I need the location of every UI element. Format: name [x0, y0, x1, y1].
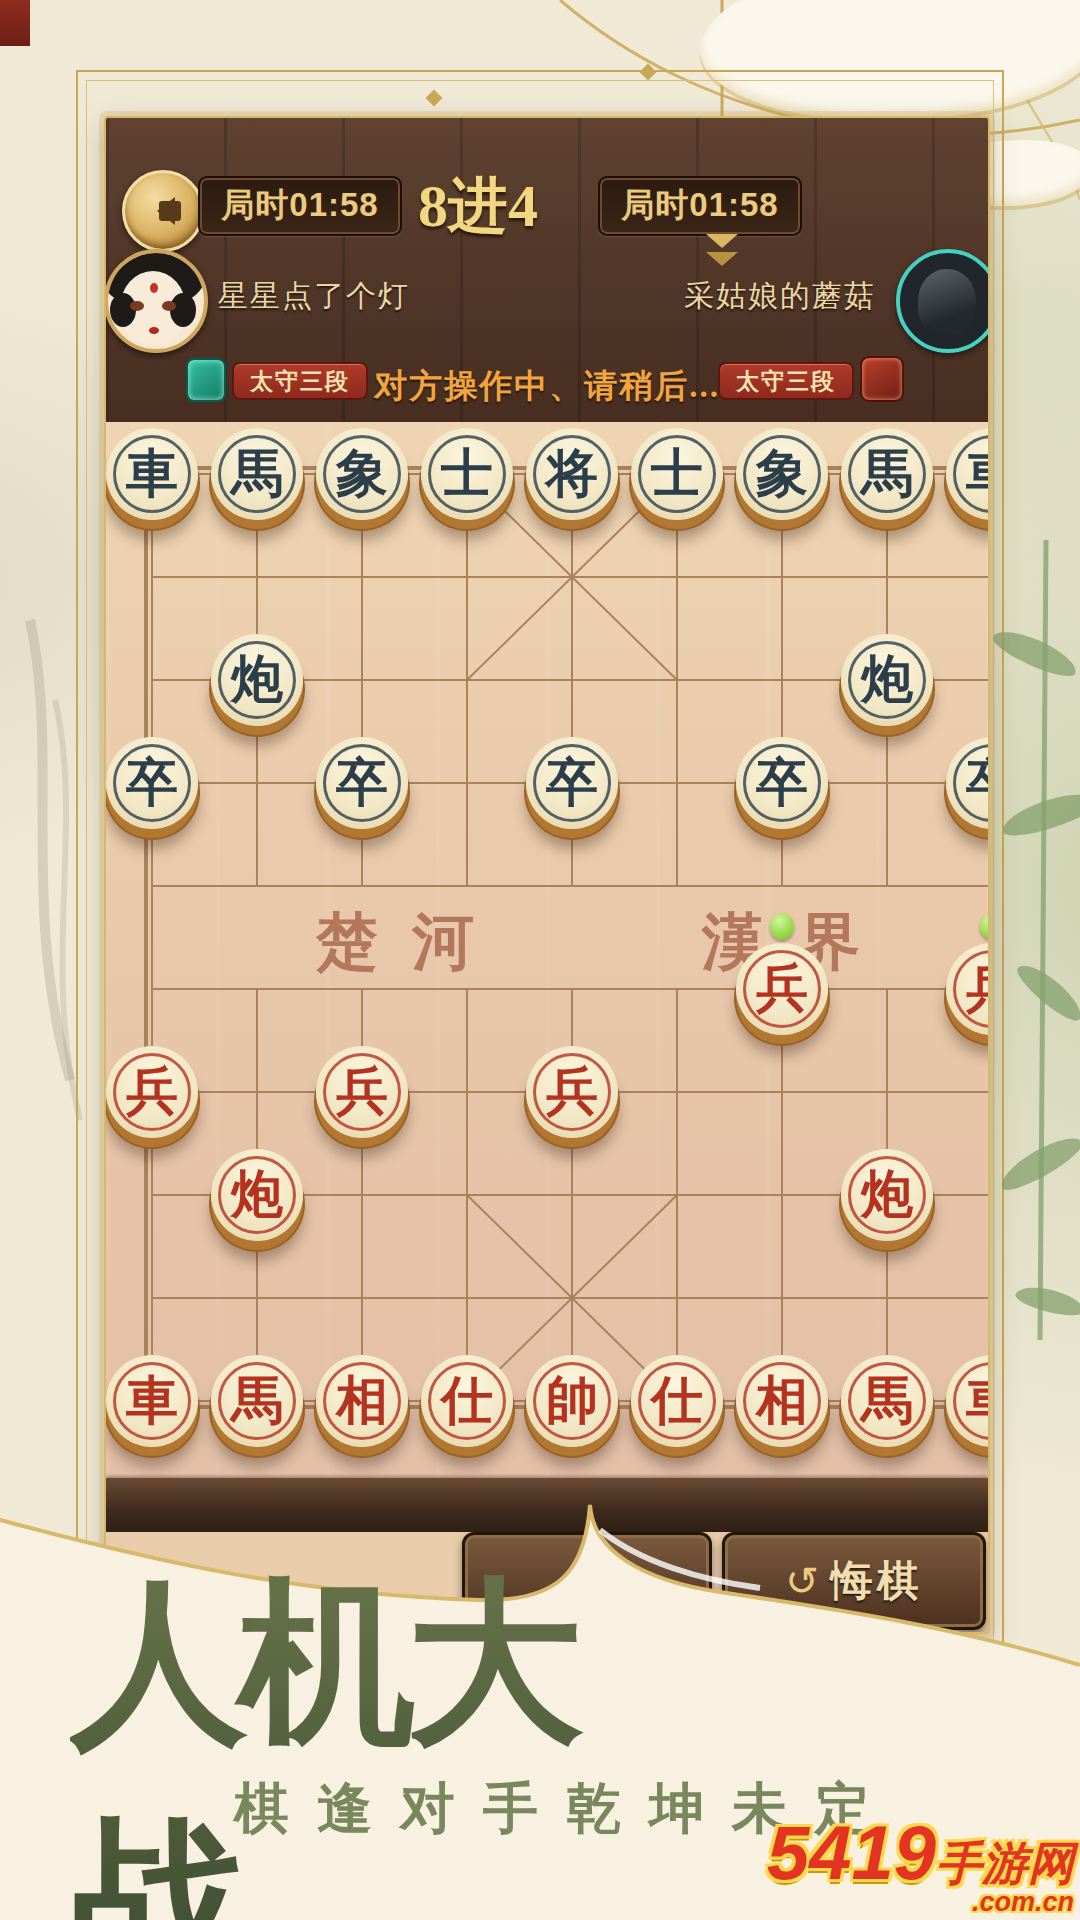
piece-red-兵[interactable]: 兵: [316, 1046, 408, 1138]
piece-layer[interactable]: 車馬象士将士象馬車炮炮卒卒卒卒卒兵兵兵兵兵炮炮車馬相仕帥仕相馬車: [106, 422, 988, 1482]
piece-black-士[interactable]: 士: [631, 428, 723, 520]
last-move-marker: [770, 913, 794, 940]
piece-black-馬[interactable]: 馬: [841, 428, 933, 520]
piece-black-象[interactable]: 象: [736, 428, 828, 520]
xiangqi-board[interactable]: 楚河 漢界 車馬象士将士象馬車炮炮卒卒卒卒卒兵兵兵兵兵炮炮車馬相仕帥仕相馬車: [106, 422, 988, 1482]
piece-black-象[interactable]: 象: [316, 428, 408, 520]
piece-black-卒[interactable]: 卒: [526, 737, 618, 829]
piece-red-帥[interactable]: 帥: [526, 1355, 618, 1447]
left-player-name: 星星点了个灯: [218, 276, 410, 317]
piece-red-仕[interactable]: 仕: [421, 1355, 513, 1447]
watermark-site: 手游网: [936, 1837, 1074, 1889]
piece-red-炮[interactable]: 炮: [211, 1149, 303, 1241]
right-timer: 局时01:58: [621, 186, 778, 223]
undo-button[interactable]: ↺ 悔棋: [722, 1532, 986, 1630]
piece-black-卒[interactable]: 卒: [106, 737, 198, 829]
left-player-avatar[interactable]: [104, 249, 208, 353]
undo-arrow-icon: ↺: [785, 1561, 819, 1601]
back-button[interactable]: [122, 170, 204, 252]
corner-seal: [0, 0, 30, 46]
piece-red-兵[interactable]: 兵: [106, 1046, 198, 1138]
status-text: 对方操作中、请稍后...: [106, 364, 988, 409]
game-screenshot-panel: 局时01:58 8进4 局时01:58 星星点了个灯 采姑娘的蘑菇 太守三段 对…: [104, 116, 990, 1634]
piece-red-馬[interactable]: 馬: [211, 1355, 303, 1447]
piece-red-炮[interactable]: 炮: [841, 1149, 933, 1241]
wood-ledge: [106, 1478, 988, 1532]
site-watermark: 5419手游网 .com.cn: [767, 1819, 1074, 1914]
piece-red-車[interactable]: 車: [946, 1355, 988, 1447]
piece-black-馬[interactable]: 馬: [211, 428, 303, 520]
piece-black-炮[interactable]: 炮: [841, 634, 933, 726]
piece-red-兵[interactable]: 兵: [946, 943, 988, 1035]
piece-black-炮[interactable]: 炮: [211, 634, 303, 726]
banner-title: 人机大战: [70, 1545, 710, 1920]
round-title: 8进4: [358, 166, 598, 247]
piece-red-相[interactable]: 相: [316, 1355, 408, 1447]
piece-red-仕[interactable]: 仕: [631, 1355, 723, 1447]
piece-black-卒[interactable]: 卒: [946, 737, 988, 829]
piece-black-卒[interactable]: 卒: [316, 737, 408, 829]
piece-red-馬[interactable]: 馬: [841, 1355, 933, 1447]
piece-black-士[interactable]: 士: [421, 428, 513, 520]
piece-black-将[interactable]: 将: [526, 428, 618, 520]
undo-label: 悔棋: [831, 1553, 923, 1609]
chevron-down-icon: [706, 252, 738, 282]
right-rank-badge: 太守三段: [718, 362, 854, 400]
piece-black-卒[interactable]: 卒: [736, 737, 828, 829]
piece-red-車[interactable]: 車: [106, 1355, 198, 1447]
piece-red-兵[interactable]: 兵: [526, 1046, 618, 1138]
right-timer-plaque: 局时01:58: [598, 176, 802, 236]
right-player-name: 采姑娘的蘑菇: [684, 276, 876, 317]
mask-badge-icon: [860, 356, 904, 402]
watermark-brand: 5419: [767, 1810, 936, 1895]
piece-red-兵[interactable]: 兵: [736, 943, 828, 1035]
left-timer: 局时01:58: [221, 186, 378, 223]
piece-black-車[interactable]: 車: [946, 428, 988, 520]
last-move-marker: [980, 913, 988, 940]
piece-red-相[interactable]: 相: [736, 1355, 828, 1447]
piece-black-車[interactable]: 車: [106, 428, 198, 520]
right-player-avatar[interactable]: [896, 249, 990, 353]
